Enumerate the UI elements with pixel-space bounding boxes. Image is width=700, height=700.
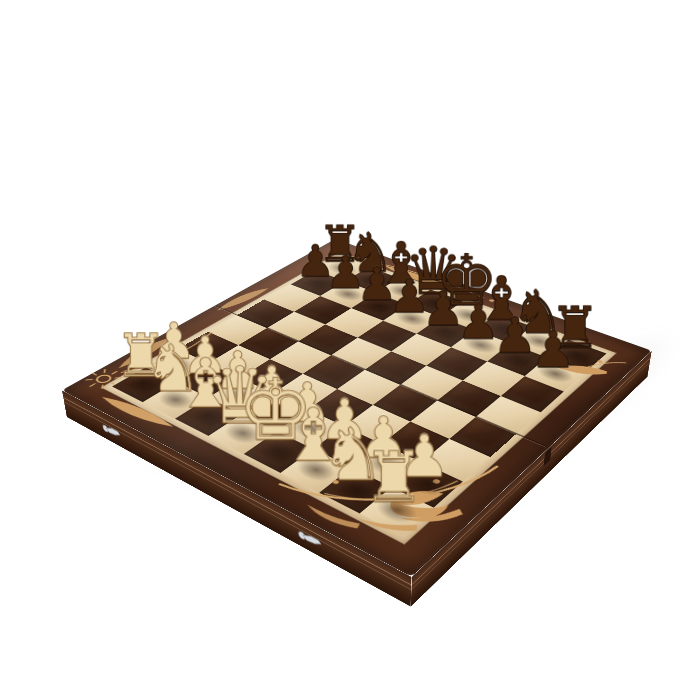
front-left-clasp: [100, 418, 121, 440]
photo-stage: ♜♞♝♛♚♝♞♜♟♟♟♟♟♟♟♟♟♟♟♟♟♟♟♟♜♞♝♛♚♝♞♜: [0, 0, 700, 700]
black-pawn[interactable]: ♟: [508, 325, 599, 375]
chess-board: ♜♞♝♛♚♝♞♜♟♟♟♟♟♟♟♟♟♟♟♟♟♟♟♟♜♞♝♛♚♝♞♜: [62, 239, 652, 577]
white-rook[interactable]: ♜: [340, 442, 448, 512]
board-grid: ♜♞♝♛♚♝♞♜♟♟♟♟♟♟♟♟♟♟♟♟♟♟♟♟♜♞♝♛♚♝♞♜: [112, 256, 606, 535]
